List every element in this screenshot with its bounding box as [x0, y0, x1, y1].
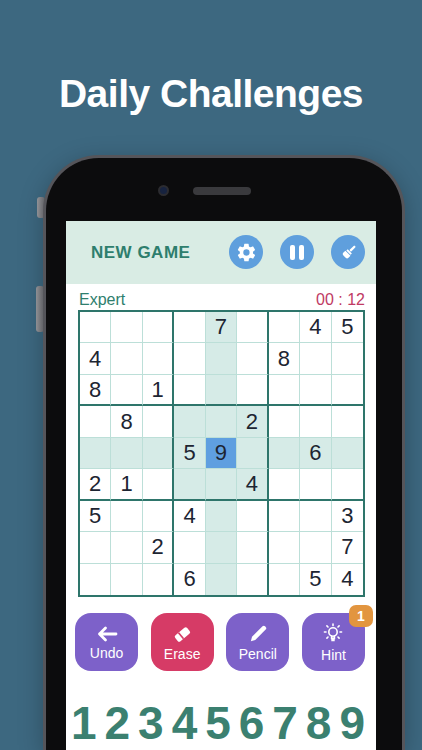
sudoku-cell-r5c9[interactable] — [332, 438, 363, 469]
sudoku-cell-r1c9[interactable]: 5 — [332, 312, 363, 343]
page-title: Daily Challenges — [0, 72, 422, 116]
sudoku-cell-r3c5[interactable] — [206, 375, 237, 406]
hint-badge: 1 — [349, 605, 373, 627]
sudoku-cell-r6c3[interactable] — [143, 469, 174, 500]
lightbulb-icon — [321, 622, 345, 646]
sudoku-cell-r7c4[interactable]: 4 — [174, 501, 205, 532]
header-actions — [229, 235, 365, 269]
theme-button[interactable] — [331, 235, 365, 269]
game-title: NEW GAME — [91, 243, 190, 263]
pencil-button[interactable]: Pencil — [226, 613, 289, 671]
sudoku-cell-r7c5[interactable] — [206, 501, 237, 532]
numpad-digit-2[interactable]: 2 — [105, 699, 131, 747]
sudoku-cell-r3c7[interactable] — [269, 375, 300, 406]
sudoku-cell-r1c7[interactable] — [269, 312, 300, 343]
screenshot-stage: Daily Challenges NEW GAME — [0, 0, 422, 750]
sudoku-cell-r2c7[interactable]: 8 — [269, 343, 300, 374]
sudoku-cell-r8c3[interactable]: 2 — [143, 532, 174, 563]
sudoku-cell-r9c7[interactable] — [269, 564, 300, 595]
pause-button[interactable] — [280, 235, 314, 269]
sudoku-cell-r7c3[interactable] — [143, 501, 174, 532]
difficulty-label: Expert — [79, 291, 125, 309]
sudoku-cell-r1c3[interactable] — [143, 312, 174, 343]
sudoku-cell-r8c5[interactable] — [206, 532, 237, 563]
numpad-digit-3[interactable]: 3 — [138, 699, 164, 747]
sudoku-cell-r6c6[interactable]: 4 — [237, 469, 268, 500]
sudoku-cell-r1c5[interactable]: 7 — [206, 312, 237, 343]
undo-button[interactable]: Undo — [75, 613, 138, 671]
sudoku-cell-r3c8[interactable] — [300, 375, 331, 406]
sudoku-cell-r3c2[interactable] — [111, 375, 142, 406]
sudoku-cell-r8c9[interactable]: 7 — [332, 532, 363, 563]
settings-button[interactable] — [229, 235, 263, 269]
sudoku-cell-r5c7[interactable] — [269, 438, 300, 469]
sudoku-cell-r3c9[interactable] — [332, 375, 363, 406]
sudoku-cell-r3c6[interactable] — [237, 375, 268, 406]
sudoku-cell-r9c5[interactable] — [206, 564, 237, 595]
sudoku-cell-r4c4[interactable] — [174, 406, 205, 437]
sudoku-cell-r7c1[interactable]: 5 — [80, 501, 111, 532]
sudoku-cell-r5c8[interactable]: 6 — [300, 438, 331, 469]
sudoku-cell-r3c4[interactable] — [174, 375, 205, 406]
gear-icon — [236, 242, 257, 263]
sudoku-cell-r6c4[interactable] — [174, 469, 205, 500]
sudoku-cell-r2c1[interactable]: 4 — [80, 343, 111, 374]
sudoku-cell-r4c6[interactable]: 2 — [237, 406, 268, 437]
numpad-digit-5[interactable]: 5 — [205, 699, 231, 747]
undo-label: Undo — [90, 646, 123, 661]
sudoku-cell-r7c8[interactable] — [300, 501, 331, 532]
sudoku-cell-r8c1[interactable] — [80, 532, 111, 563]
sudoku-cell-r6c5[interactable] — [206, 469, 237, 500]
pencil-label: Pencil — [239, 647, 277, 662]
sudoku-cell-r4c9[interactable] — [332, 406, 363, 437]
sudoku-cell-r5c1[interactable] — [80, 438, 111, 469]
phone-mockup: NEW GAME — [43, 155, 405, 750]
sudoku-cell-r6c7[interactable] — [269, 469, 300, 500]
sudoku-grid: 74548818259621454327654 — [78, 310, 365, 597]
sudoku-cell-r9c6[interactable] — [237, 564, 268, 595]
erase-button[interactable]: Erase — [151, 613, 214, 671]
sudoku-cell-r2c5[interactable] — [206, 343, 237, 374]
numpad-digit-6[interactable]: 6 — [239, 699, 265, 747]
sudoku-cell-r5c6[interactable] — [237, 438, 268, 469]
sudoku-cell-r5c4[interactable]: 5 — [174, 438, 205, 469]
numpad: 123456789 — [71, 699, 365, 747]
sudoku-cell-r4c2[interactable]: 8 — [111, 406, 142, 437]
sudoku-cell-r9c2[interactable] — [111, 564, 142, 595]
timer: 00 : 12 — [316, 291, 365, 309]
sudoku-cell-r7c6[interactable] — [237, 501, 268, 532]
sudoku-cell-r5c3[interactable] — [143, 438, 174, 469]
sudoku-cell-r2c2[interactable] — [111, 343, 142, 374]
status-row: Expert 00 : 12 — [79, 289, 365, 311]
sudoku-cell-r9c4[interactable]: 6 — [174, 564, 205, 595]
sudoku-cell-r8c8[interactable] — [300, 532, 331, 563]
eraser-icon — [170, 623, 194, 645]
numpad-digit-4[interactable]: 4 — [172, 699, 198, 747]
sudoku-cell-r9c9[interactable]: 4 — [332, 564, 363, 595]
app-screen: NEW GAME — [66, 221, 376, 750]
pause-icon — [290, 245, 304, 260]
numpad-digit-8[interactable]: 8 — [306, 699, 332, 747]
app-header: NEW GAME — [66, 221, 376, 284]
sudoku-cell-r1c1[interactable] — [80, 312, 111, 343]
sudoku-cell-r6c2[interactable]: 1 — [111, 469, 142, 500]
sudoku-cell-r1c2[interactable] — [111, 312, 142, 343]
sudoku-cell-r5c5[interactable]: 9 — [206, 438, 237, 469]
sudoku-cell-r2c9[interactable] — [332, 343, 363, 374]
undo-arrow-icon — [95, 624, 119, 644]
sudoku-cell-r2c4[interactable] — [174, 343, 205, 374]
sudoku-cell-r4c5[interactable] — [206, 406, 237, 437]
sudoku-cell-r4c3[interactable] — [143, 406, 174, 437]
sudoku-cell-r8c7[interactable] — [269, 532, 300, 563]
sudoku-cell-r1c6[interactable] — [237, 312, 268, 343]
numpad-digit-9[interactable]: 9 — [339, 699, 365, 747]
hint-label: Hint — [321, 648, 346, 663]
sudoku-cell-r8c2[interactable] — [111, 532, 142, 563]
sudoku-cell-r9c3[interactable] — [143, 564, 174, 595]
sudoku-cell-r3c1[interactable]: 8 — [80, 375, 111, 406]
hint-button[interactable]: 1 Hint — [302, 613, 365, 671]
sudoku-cell-r6c9[interactable] — [332, 469, 363, 500]
toolbar: Undo Erase Pencil 1 — [75, 613, 365, 671]
sudoku-cell-r7c7[interactable] — [269, 501, 300, 532]
speaker-slot — [193, 187, 251, 195]
sudoku-cell-r9c1[interactable] — [80, 564, 111, 595]
pencil-icon — [247, 623, 269, 645]
sudoku-cell-r6c8[interactable] — [300, 469, 331, 500]
sudoku-cell-r7c2[interactable] — [111, 501, 142, 532]
sudoku-cell-r2c6[interactable] — [237, 343, 268, 374]
sudoku-cell-r8c6[interactable] — [237, 532, 268, 563]
sudoku-cell-r4c1[interactable] — [80, 406, 111, 437]
sudoku-cell-r2c3[interactable] — [143, 343, 174, 374]
sudoku-cell-r6c1[interactable]: 2 — [80, 469, 111, 500]
camera-dot — [158, 185, 169, 196]
sudoku-cell-r5c2[interactable] — [111, 438, 142, 469]
erase-label: Erase — [164, 647, 201, 662]
numpad-digit-1[interactable]: 1 — [71, 699, 97, 747]
sudoku-cell-r7c9[interactable]: 3 — [332, 501, 363, 532]
numpad-digit-7[interactable]: 7 — [272, 699, 298, 747]
sudoku-cell-r2c8[interactable] — [300, 343, 331, 374]
brush-icon — [338, 242, 359, 263]
sudoku-cell-r1c8[interactable]: 4 — [300, 312, 331, 343]
sudoku-cell-r3c3[interactable]: 1 — [143, 375, 174, 406]
sudoku-cell-r1c4[interactable] — [174, 312, 205, 343]
sudoku-cell-r4c7[interactable] — [269, 406, 300, 437]
sudoku-cell-r4c8[interactable] — [300, 406, 331, 437]
sudoku-cell-r9c8[interactable]: 5 — [300, 564, 331, 595]
sudoku-cell-r8c4[interactable] — [174, 532, 205, 563]
